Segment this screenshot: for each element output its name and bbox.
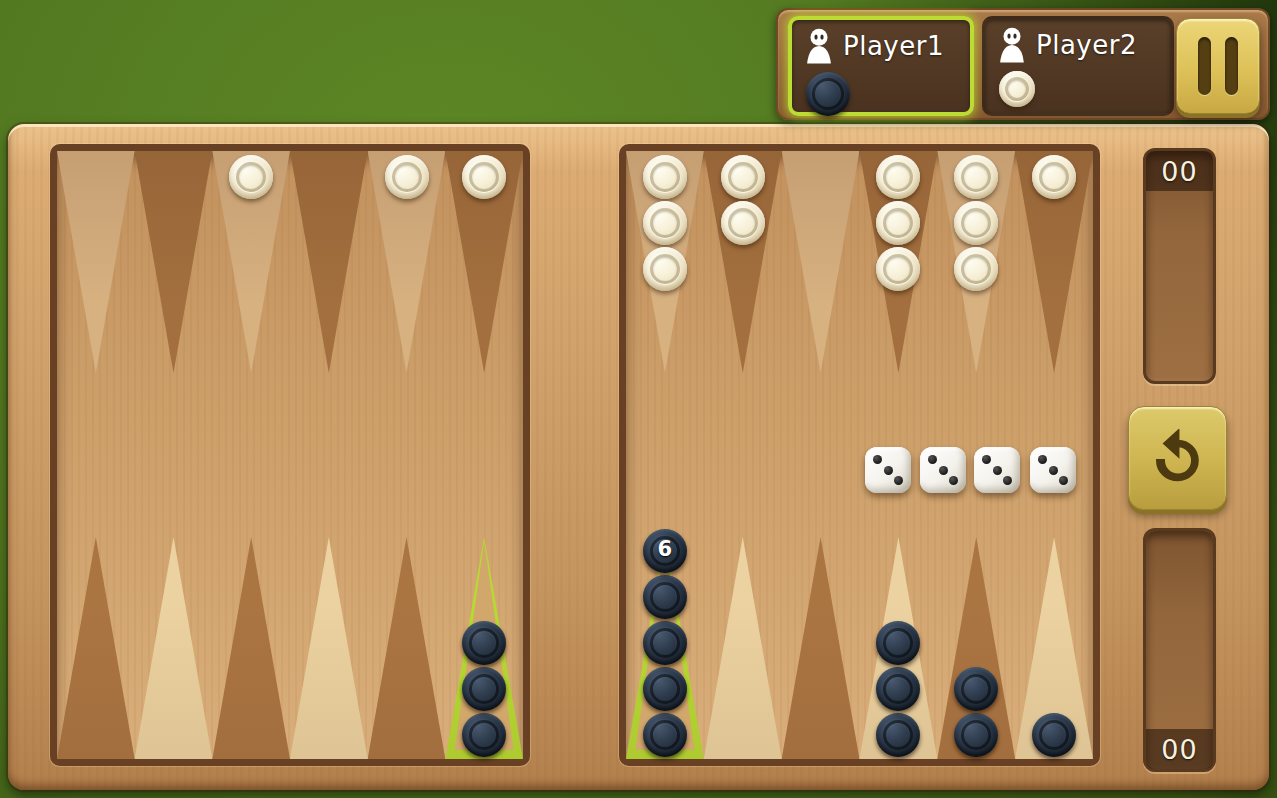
point-left-bottom-1[interactable] [57, 537, 135, 759]
undo-button[interactable] [1128, 406, 1227, 510]
black-checker[interactable] [1032, 713, 1076, 757]
bear-off-tray-top: 00 [1143, 148, 1216, 384]
die-pip [939, 466, 948, 475]
bear-off-tray-bottom: 00 [1143, 528, 1216, 772]
white-checker[interactable] [385, 155, 429, 199]
bear-off-count-bottom: 00 [1161, 734, 1197, 765]
die-pip [1059, 476, 1068, 485]
player1-box: Player1 [788, 16, 974, 116]
die-pip [949, 476, 958, 485]
white-checker[interactable] [643, 201, 687, 245]
point-right-bottom-3[interactable] [782, 537, 860, 759]
white-checker[interactable] [229, 155, 273, 199]
die-pip [928, 455, 937, 464]
board-right-half: 6 [619, 144, 1100, 766]
player1-row: Player1 [792, 20, 970, 64]
pause-icon [1198, 37, 1211, 95]
game-screen: 6 00 00 [0, 0, 1277, 798]
die-pip [884, 466, 893, 475]
player2-name: Player2 [1036, 30, 1137, 60]
black-checker[interactable] [462, 667, 506, 711]
black-checker[interactable] [954, 667, 998, 711]
white-checker[interactable] [954, 247, 998, 291]
white-checker[interactable] [721, 155, 765, 199]
white-checker[interactable] [643, 155, 687, 199]
black-checker[interactable] [462, 713, 506, 757]
die-pip [982, 455, 991, 464]
player2-box: Player2 [982, 16, 1174, 116]
die-pip [894, 476, 903, 485]
board-right-field: 6 [626, 151, 1093, 759]
white-checker[interactable] [1032, 155, 1076, 199]
black-checker[interactable] [954, 713, 998, 757]
white-checker[interactable] [643, 247, 687, 291]
player1-name: Player1 [843, 31, 944, 61]
person-icon [804, 28, 834, 64]
black-checker[interactable] [462, 621, 506, 665]
white-checker[interactable] [721, 201, 765, 245]
black-checker[interactable] [643, 667, 687, 711]
die-showing-3[interactable] [920, 447, 966, 493]
die-pip [1003, 476, 1012, 485]
point-left-bottom-2[interactable] [135, 537, 213, 759]
point-left-bottom-3[interactable] [212, 537, 290, 759]
bear-off-count-band-top: 00 [1146, 151, 1213, 191]
point-right-top-3[interactable] [782, 151, 860, 373]
point-left-top-4[interactable] [290, 151, 368, 373]
backgammon-board: 6 00 00 [8, 124, 1269, 790]
die-pip [993, 466, 1002, 475]
die-pip [1038, 455, 1047, 464]
point-left-top-1[interactable] [57, 151, 135, 373]
die-pip [873, 455, 882, 464]
black-checker[interactable] [643, 621, 687, 665]
white-checker[interactable] [954, 155, 998, 199]
person-icon [997, 27, 1027, 63]
player2-row: Player2 [985, 19, 1171, 63]
die-pip [1049, 466, 1058, 475]
point-left-bottom-5[interactable] [368, 537, 446, 759]
undo-rotate-ccw-icon [1149, 429, 1207, 487]
pause-icon [1225, 37, 1238, 95]
board-left-field [57, 151, 523, 759]
bear-off-count-band-bottom: 00 [1146, 729, 1213, 769]
point-right-bottom-2[interactable] [704, 537, 782, 759]
black-checker[interactable] [643, 713, 687, 757]
die-showing-3[interactable] [865, 447, 911, 493]
die-showing-3[interactable] [1030, 447, 1076, 493]
black-checker[interactable]: 6 [643, 529, 687, 573]
bear-off-count-top: 00 [1161, 156, 1197, 187]
die-showing-3[interactable] [974, 447, 1020, 493]
point-left-bottom-4[interactable] [290, 537, 368, 759]
black-checker[interactable] [643, 575, 687, 619]
player-panel: Player1 Player2 [776, 8, 1270, 120]
point-left-top-2[interactable] [135, 151, 213, 373]
player2-checker-icon [999, 71, 1035, 107]
player1-checker-icon [806, 72, 850, 116]
stack-count-badge: 6 [658, 537, 673, 561]
pause-button[interactable] [1176, 18, 1260, 114]
board-left-half [50, 144, 530, 766]
white-checker[interactable] [954, 201, 998, 245]
white-checker[interactable] [462, 155, 506, 199]
